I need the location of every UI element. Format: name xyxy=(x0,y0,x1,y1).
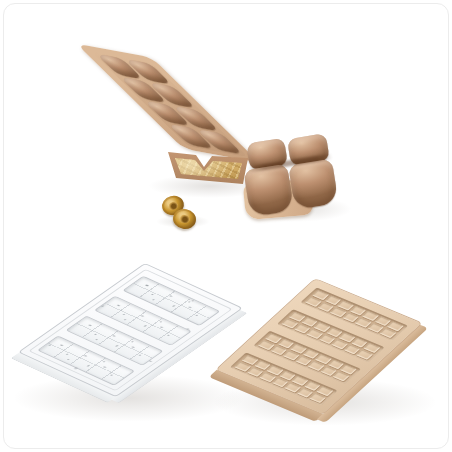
chocolate-piece xyxy=(237,126,348,228)
hazelnuts xyxy=(161,195,201,235)
hazelnut xyxy=(171,207,197,231)
chocolate-piece-top xyxy=(237,126,348,228)
product-photo xyxy=(0,0,452,452)
chocolate-segment xyxy=(288,159,338,210)
